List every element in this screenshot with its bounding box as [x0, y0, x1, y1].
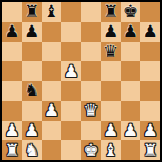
square-e1[interactable]: ♚	[81, 140, 101, 160]
square-a7[interactable]: ♟	[2, 22, 22, 42]
chess-board: ♜♝♜♚♟♟♟♟♟♛♟♞♟♛♟♟♟♟♟♜♞♚♝♜	[0, 0, 162, 162]
square-f7[interactable]: ♟	[101, 22, 121, 42]
white-pawn-piece[interactable]: ♟	[143, 121, 158, 138]
square-e5[interactable]	[81, 61, 101, 81]
square-a8[interactable]	[2, 2, 22, 22]
square-c2[interactable]	[42, 121, 62, 141]
square-b6[interactable]	[22, 42, 42, 62]
square-h7[interactable]: ♟	[140, 22, 160, 42]
square-f1[interactable]: ♝	[101, 140, 121, 160]
square-h3[interactable]	[140, 101, 160, 121]
square-c3[interactable]: ♟	[42, 101, 62, 121]
white-rook-piece[interactable]: ♜	[4, 141, 19, 158]
square-d7[interactable]	[61, 22, 81, 42]
square-b8[interactable]: ♜	[22, 2, 42, 22]
square-a6[interactable]	[2, 42, 22, 62]
square-d6[interactable]	[61, 42, 81, 62]
black-queen-piece[interactable]: ♛	[103, 42, 118, 59]
square-c8[interactable]: ♝	[42, 2, 62, 22]
square-b1[interactable]: ♞	[22, 140, 42, 160]
white-pawn-piece[interactable]: ♟	[64, 62, 79, 79]
square-h2[interactable]: ♟	[140, 121, 160, 141]
black-pawn-piece[interactable]: ♟	[123, 23, 138, 40]
black-pawn-piece[interactable]: ♟	[4, 23, 19, 40]
square-e4[interactable]	[81, 81, 101, 101]
square-b2[interactable]: ♟	[22, 121, 42, 141]
square-g6[interactable]	[121, 42, 141, 62]
white-pawn-piece[interactable]: ♟	[24, 121, 39, 138]
white-knight-piece[interactable]: ♞	[24, 141, 39, 158]
square-d8[interactable]	[61, 2, 81, 22]
square-e3[interactable]: ♛	[81, 101, 101, 121]
square-g1[interactable]	[121, 140, 141, 160]
square-f6[interactable]: ♛	[101, 42, 121, 62]
square-d4[interactable]	[61, 81, 81, 101]
square-h6[interactable]	[140, 42, 160, 62]
black-pawn-piece[interactable]: ♟	[24, 23, 39, 40]
square-f2[interactable]: ♟	[101, 121, 121, 141]
square-a1[interactable]: ♜	[2, 140, 22, 160]
black-bishop-piece[interactable]: ♝	[44, 3, 59, 20]
square-c7[interactable]	[42, 22, 62, 42]
white-pawn-piece[interactable]: ♟	[103, 121, 118, 138]
square-e2[interactable]	[81, 121, 101, 141]
black-rook-piece[interactable]: ♜	[103, 3, 118, 20]
square-d3[interactable]	[61, 101, 81, 121]
white-king-piece[interactable]: ♚	[83, 141, 98, 158]
square-g3[interactable]	[121, 101, 141, 121]
white-pawn-piece[interactable]: ♟	[4, 121, 19, 138]
square-a3[interactable]	[2, 101, 22, 121]
black-knight-piece[interactable]: ♞	[24, 82, 39, 99]
square-d1[interactable]	[61, 140, 81, 160]
white-queen-piece[interactable]: ♛	[83, 102, 98, 119]
square-e7[interactable]	[81, 22, 101, 42]
square-c6[interactable]	[42, 42, 62, 62]
white-bishop-piece[interactable]: ♝	[103, 141, 118, 158]
square-c1[interactable]	[42, 140, 62, 160]
square-g8[interactable]: ♚	[121, 2, 141, 22]
square-h4[interactable]	[140, 81, 160, 101]
black-rook-piece[interactable]: ♜	[24, 3, 39, 20]
square-c5[interactable]	[42, 61, 62, 81]
square-g4[interactable]	[121, 81, 141, 101]
square-e6[interactable]	[81, 42, 101, 62]
black-pawn-piece[interactable]: ♟	[143, 23, 158, 40]
white-pawn-piece[interactable]: ♟	[44, 102, 59, 119]
square-a5[interactable]	[2, 61, 22, 81]
square-b7[interactable]: ♟	[22, 22, 42, 42]
square-d2[interactable]	[61, 121, 81, 141]
square-h1[interactable]: ♜	[140, 140, 160, 160]
white-rook-piece[interactable]: ♜	[143, 141, 158, 158]
square-d5[interactable]: ♟	[61, 61, 81, 81]
square-b5[interactable]	[22, 61, 42, 81]
square-a4[interactable]	[2, 81, 22, 101]
square-g2[interactable]: ♟	[121, 121, 141, 141]
black-king-piece[interactable]: ♚	[123, 3, 138, 20]
white-pawn-piece[interactable]: ♟	[123, 121, 138, 138]
square-g5[interactable]	[121, 61, 141, 81]
square-e8[interactable]	[81, 2, 101, 22]
square-g7[interactable]: ♟	[121, 22, 141, 42]
square-a2[interactable]: ♟	[2, 121, 22, 141]
black-pawn-piece[interactable]: ♟	[103, 23, 118, 40]
square-f4[interactable]	[101, 81, 121, 101]
square-f3[interactable]	[101, 101, 121, 121]
square-f8[interactable]: ♜	[101, 2, 121, 22]
square-b4[interactable]: ♞	[22, 81, 42, 101]
square-b3[interactable]	[22, 101, 42, 121]
square-c4[interactable]	[42, 81, 62, 101]
square-h5[interactable]	[140, 61, 160, 81]
square-h8[interactable]	[140, 2, 160, 22]
square-f5[interactable]	[101, 61, 121, 81]
